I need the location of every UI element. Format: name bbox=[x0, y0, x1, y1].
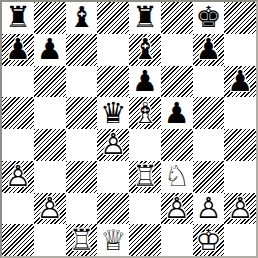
piece-white-pawn: ♟♙ bbox=[2, 161, 34, 193]
square-a8[interactable]: ♜♜ bbox=[2, 2, 34, 34]
square-g4[interactable] bbox=[193, 129, 225, 161]
piece-black-pawn: ♟♟ bbox=[193, 34, 225, 66]
square-b5[interactable] bbox=[34, 97, 66, 129]
black-rook-icon: ♜ bbox=[129, 2, 161, 34]
square-h5[interactable] bbox=[224, 97, 256, 129]
black-pawn-icon: ♟ bbox=[129, 66, 161, 98]
square-a1[interactable] bbox=[2, 224, 34, 256]
piece-black-pawn: ♟♟ bbox=[224, 66, 256, 98]
black-pawn-icon: ♟ bbox=[2, 34, 34, 66]
piece-white-rook: ♜♖ bbox=[66, 224, 98, 256]
square-d8[interactable] bbox=[97, 2, 129, 34]
square-d3[interactable] bbox=[97, 161, 129, 193]
black-pawn-icon: ♟ bbox=[224, 66, 256, 98]
square-g2[interactable]: ♟♙ bbox=[193, 193, 225, 225]
square-e3[interactable]: ♜♖ bbox=[129, 161, 161, 193]
square-e8[interactable]: ♜♜ bbox=[129, 2, 161, 34]
piece-black-pawn: ♟♟ bbox=[161, 97, 193, 129]
piece-black-king: ♚♚ bbox=[193, 2, 225, 34]
black-bishop-icon: ♝ bbox=[129, 34, 161, 66]
square-h3[interactable] bbox=[224, 161, 256, 193]
square-e6[interactable]: ♟♟ bbox=[129, 66, 161, 98]
square-f8[interactable] bbox=[161, 2, 193, 34]
square-d6[interactable] bbox=[97, 66, 129, 98]
square-c5[interactable] bbox=[66, 97, 98, 129]
square-f2[interactable]: ♟♙ bbox=[161, 193, 193, 225]
square-a3[interactable]: ♟♙ bbox=[2, 161, 34, 193]
square-c7[interactable] bbox=[66, 34, 98, 66]
square-c1[interactable]: ♜♖ bbox=[66, 224, 98, 256]
white-king-icon: ♔ bbox=[193, 224, 225, 256]
black-queen-icon: ♛ bbox=[97, 97, 129, 129]
white-pawn-icon: ♙ bbox=[224, 193, 256, 225]
piece-white-queen: ♛♕ bbox=[97, 224, 129, 256]
square-d1[interactable]: ♛♕ bbox=[97, 224, 129, 256]
square-d4[interactable]: ♟♙ bbox=[97, 129, 129, 161]
piece-white-pawn: ♟♙ bbox=[161, 193, 193, 225]
square-h2[interactable]: ♟♙ bbox=[224, 193, 256, 225]
piece-white-pawn: ♟♙ bbox=[224, 193, 256, 225]
square-e1[interactable] bbox=[129, 224, 161, 256]
square-c6[interactable] bbox=[66, 66, 98, 98]
piece-black-pawn: ♟♟ bbox=[2, 34, 34, 66]
piece-white-pawn: ♟♙ bbox=[34, 193, 66, 225]
square-g5[interactable] bbox=[193, 97, 225, 129]
square-e2[interactable] bbox=[129, 193, 161, 225]
square-f7[interactable] bbox=[161, 34, 193, 66]
square-e4[interactable] bbox=[129, 129, 161, 161]
piece-black-rook: ♜♜ bbox=[129, 2, 161, 34]
square-f6[interactable] bbox=[161, 66, 193, 98]
piece-black-bishop: ♝♝ bbox=[66, 2, 98, 34]
white-pawn-icon: ♙ bbox=[34, 193, 66, 225]
square-g3[interactable] bbox=[193, 161, 225, 193]
square-f3[interactable]: ♞♘ bbox=[161, 161, 193, 193]
square-a4[interactable] bbox=[2, 129, 34, 161]
square-f1[interactable] bbox=[161, 224, 193, 256]
piece-white-bishop: ♝♗ bbox=[129, 97, 161, 129]
piece-black-pawn: ♟♟ bbox=[129, 66, 161, 98]
piece-black-queen: ♛♛ bbox=[97, 97, 129, 129]
square-b7[interactable]: ♟♟ bbox=[34, 34, 66, 66]
square-b8[interactable] bbox=[34, 2, 66, 34]
white-bishop-icon: ♗ bbox=[129, 97, 161, 129]
square-c4[interactable] bbox=[66, 129, 98, 161]
square-d5[interactable]: ♛♛ bbox=[97, 97, 129, 129]
square-f5[interactable]: ♟♟ bbox=[161, 97, 193, 129]
piece-black-rook: ♜♜ bbox=[2, 2, 34, 34]
white-pawn-icon: ♙ bbox=[161, 193, 193, 225]
square-b4[interactable] bbox=[34, 129, 66, 161]
square-e5[interactable]: ♝♗ bbox=[129, 97, 161, 129]
square-a2[interactable] bbox=[2, 193, 34, 225]
square-g1[interactable]: ♚♔ bbox=[193, 224, 225, 256]
square-b3[interactable] bbox=[34, 161, 66, 193]
piece-white-rook: ♜♖ bbox=[129, 161, 161, 193]
black-pawn-icon: ♟ bbox=[34, 34, 66, 66]
black-bishop-icon: ♝ bbox=[66, 2, 98, 34]
white-queen-icon: ♕ bbox=[97, 224, 129, 256]
white-knight-icon: ♘ bbox=[161, 161, 193, 193]
square-f4[interactable] bbox=[161, 129, 193, 161]
square-h4[interactable] bbox=[224, 129, 256, 161]
square-a5[interactable] bbox=[2, 97, 34, 129]
square-d7[interactable] bbox=[97, 34, 129, 66]
square-h1[interactable] bbox=[224, 224, 256, 256]
black-pawn-icon: ♟ bbox=[193, 34, 225, 66]
square-c8[interactable]: ♝♝ bbox=[66, 2, 98, 34]
square-g6[interactable] bbox=[193, 66, 225, 98]
white-pawn-icon: ♙ bbox=[97, 129, 129, 161]
white-pawn-icon: ♙ bbox=[193, 193, 225, 225]
piece-black-bishop: ♝♝ bbox=[129, 34, 161, 66]
piece-black-pawn: ♟♟ bbox=[34, 34, 66, 66]
square-b6[interactable] bbox=[34, 66, 66, 98]
chess-board: ♜♜♝♝♜♜♚♚♟♟♟♟♝♝♟♟♟♟♟♟♛♛♝♗♟♟♟♙♟♙♜♖♞♘♟♙♟♙♟♙… bbox=[2, 2, 256, 256]
square-c3[interactable] bbox=[66, 161, 98, 193]
white-pawn-icon: ♙ bbox=[2, 161, 34, 193]
square-h6[interactable]: ♟♟ bbox=[224, 66, 256, 98]
piece-white-pawn: ♟♙ bbox=[193, 193, 225, 225]
square-h8[interactable] bbox=[224, 2, 256, 34]
square-g7[interactable]: ♟♟ bbox=[193, 34, 225, 66]
chess-board-frame: ♜♜♝♝♜♜♚♚♟♟♟♟♝♝♟♟♟♟♟♟♛♛♝♗♟♟♟♙♟♙♜♖♞♘♟♙♟♙♟♙… bbox=[0, 0, 258, 258]
white-rook-icon: ♖ bbox=[66, 224, 98, 256]
square-a7[interactable]: ♟♟ bbox=[2, 34, 34, 66]
square-b2[interactable]: ♟♙ bbox=[34, 193, 66, 225]
square-a6[interactable] bbox=[2, 66, 34, 98]
square-c2[interactable] bbox=[66, 193, 98, 225]
square-b1[interactable] bbox=[34, 224, 66, 256]
black-king-icon: ♚ bbox=[193, 2, 225, 34]
square-d2[interactable] bbox=[97, 193, 129, 225]
square-h7[interactable] bbox=[224, 34, 256, 66]
white-rook-icon: ♖ bbox=[129, 161, 161, 193]
black-rook-icon: ♜ bbox=[2, 2, 34, 34]
square-e7[interactable]: ♝♝ bbox=[129, 34, 161, 66]
black-pawn-icon: ♟ bbox=[161, 97, 193, 129]
square-g8[interactable]: ♚♚ bbox=[193, 2, 225, 34]
piece-white-pawn: ♟♙ bbox=[97, 129, 129, 161]
piece-white-knight: ♞♘ bbox=[161, 161, 193, 193]
piece-white-king: ♚♔ bbox=[193, 224, 225, 256]
